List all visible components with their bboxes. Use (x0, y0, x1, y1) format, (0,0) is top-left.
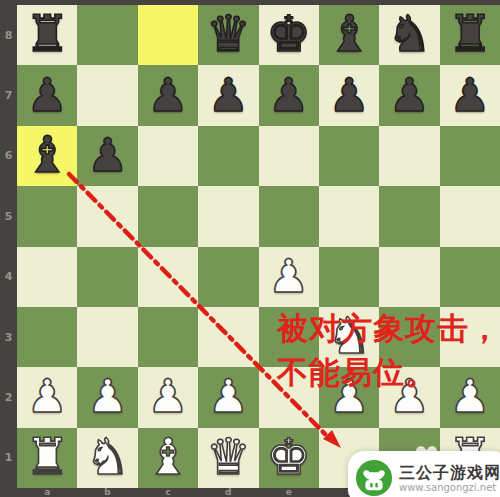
square-f3[interactable]: ♞ (319, 307, 379, 367)
square-b6[interactable]: ♟ (77, 126, 137, 186)
square-h5[interactable] (440, 186, 500, 246)
square-b4[interactable] (77, 247, 137, 307)
square-h3[interactable] (440, 307, 500, 367)
rank-label-6: 6 (0, 126, 17, 186)
piece-black-pawn-e7[interactable]: ♟ (268, 72, 309, 118)
square-c3[interactable] (138, 307, 198, 367)
square-b1[interactable]: ♞ (77, 428, 137, 488)
square-a6[interactable]: ♝ (17, 126, 77, 186)
piece-white-pawn-g2[interactable]: ♟ (389, 373, 430, 419)
piece-white-pawn-d2[interactable]: ♟ (208, 373, 249, 419)
square-e3[interactable] (259, 307, 319, 367)
piece-black-king-e8[interactable]: ♚ (266, 9, 311, 59)
file-label-e: e (259, 487, 319, 497)
piece-black-pawn-a7[interactable]: ♟ (27, 72, 68, 118)
piece-white-pawn-h2[interactable]: ♟ (449, 373, 490, 419)
site-logo-icon (355, 459, 393, 497)
square-h6[interactable] (440, 126, 500, 186)
piece-black-bishop-a6[interactable]: ♝ (25, 130, 70, 180)
square-g4[interactable] (379, 247, 439, 307)
square-c4[interactable] (138, 247, 198, 307)
square-g3[interactable] (379, 307, 439, 367)
square-b7[interactable] (77, 65, 137, 125)
piece-white-rook-a1[interactable]: ♜ (25, 432, 70, 482)
square-f4[interactable] (319, 247, 379, 307)
piece-black-rook-h8[interactable]: ♜ (447, 9, 492, 59)
square-g7[interactable]: ♟ (379, 65, 439, 125)
square-b8[interactable] (77, 5, 137, 65)
rank-label-8: 8 (0, 5, 17, 65)
piece-white-knight-b1[interactable]: ♞ (85, 432, 130, 482)
chess-board[interactable]: ♜♛♚♝♞♜♟♟♟♟♟♟♟♝♟♟♞♟♟♟♟♟♟♟♜♞♝♛♚♜ (17, 5, 500, 488)
square-e6[interactable] (259, 126, 319, 186)
piece-black-pawn-h7[interactable]: ♟ (449, 72, 490, 118)
piece-white-bishop-c1[interactable]: ♝ (146, 432, 191, 482)
file-label-a: a (17, 487, 77, 497)
square-d1[interactable]: ♛ (198, 428, 258, 488)
square-a1[interactable]: ♜ (17, 428, 77, 488)
square-a5[interactable] (17, 186, 77, 246)
square-e1[interactable]: ♚ (259, 428, 319, 488)
square-c6[interactable] (138, 126, 198, 186)
file-label-d: d (198, 487, 258, 497)
square-h7[interactable]: ♟ (440, 65, 500, 125)
square-h2[interactable]: ♟ (440, 367, 500, 427)
piece-black-bishop-f8[interactable]: ♝ (327, 9, 372, 59)
square-a7[interactable]: ♟ (17, 65, 77, 125)
square-e4[interactable]: ♟ (259, 247, 319, 307)
square-b3[interactable] (77, 307, 137, 367)
piece-black-pawn-f7[interactable]: ♟ (328, 72, 369, 118)
rank-labels: 87654321 (0, 5, 17, 488)
square-d3[interactable] (198, 307, 258, 367)
square-d5[interactable] (198, 186, 258, 246)
piece-black-knight-g8[interactable]: ♞ (387, 9, 432, 59)
square-g5[interactable] (379, 186, 439, 246)
square-h4[interactable] (440, 247, 500, 307)
square-c1[interactable]: ♝ (138, 428, 198, 488)
square-c5[interactable] (138, 186, 198, 246)
piece-white-pawn-b2[interactable]: ♟ (87, 373, 128, 419)
rank-label-2: 2 (0, 367, 17, 427)
square-c8[interactable] (138, 5, 198, 65)
square-c2[interactable]: ♟ (138, 367, 198, 427)
square-f2[interactable]: ♟ (319, 367, 379, 427)
square-a2[interactable]: ♟ (17, 367, 77, 427)
piece-black-pawn-c7[interactable]: ♟ (147, 72, 188, 118)
square-g2[interactable]: ♟ (379, 367, 439, 427)
square-a3[interactable] (17, 307, 77, 367)
square-b2[interactable]: ♟ (77, 367, 137, 427)
square-f5[interactable] (319, 186, 379, 246)
chess-lesson-screenshot: ♜♛♚♝♞♜♟♟♟♟♟♟♟♝♟♟♞♟♟♟♟♟♟♟♜♞♝♛♚♜ 87654321 … (0, 0, 500, 497)
piece-black-pawn-d7[interactable]: ♟ (208, 72, 249, 118)
piece-black-pawn-g7[interactable]: ♟ (389, 72, 430, 118)
square-a4[interactable] (17, 247, 77, 307)
square-g6[interactable] (379, 126, 439, 186)
piece-white-pawn-a2[interactable]: ♟ (27, 373, 68, 419)
square-d8[interactable]: ♛ (198, 5, 258, 65)
rank-label-1: 1 (0, 428, 17, 488)
square-e2[interactable] (259, 367, 319, 427)
site-watermark: 三公子游戏网 www.sangongzi.net (348, 451, 500, 497)
piece-white-pawn-f2[interactable]: ♟ (328, 373, 369, 419)
square-d7[interactable]: ♟ (198, 65, 258, 125)
piece-black-rook-a8[interactable]: ♜ (25, 9, 70, 59)
rank-label-3: 3 (0, 307, 17, 367)
site-name: 三公子游戏网 (399, 463, 500, 482)
square-g8[interactable]: ♞ (379, 5, 439, 65)
piece-white-pawn-e4[interactable]: ♟ (268, 253, 309, 299)
piece-white-pawn-c2[interactable]: ♟ (147, 373, 188, 419)
square-a8[interactable]: ♜ (17, 5, 77, 65)
square-e5[interactable] (259, 186, 319, 246)
square-d6[interactable] (198, 126, 258, 186)
square-c7[interactable]: ♟ (138, 65, 198, 125)
site-url: www.sangongzi.net (399, 482, 500, 494)
file-label-b: b (77, 487, 137, 497)
square-e7[interactable]: ♟ (259, 65, 319, 125)
square-f7[interactable]: ♟ (319, 65, 379, 125)
rank-label-7: 7 (0, 65, 17, 125)
square-f8[interactable]: ♝ (319, 5, 379, 65)
square-d4[interactable] (198, 247, 258, 307)
piece-black-queen-d8[interactable]: ♛ (206, 9, 251, 59)
rank-label-5: 5 (0, 186, 17, 246)
piece-white-king-e1[interactable]: ♚ (266, 432, 311, 482)
piece-black-pawn-b6[interactable]: ♟ (87, 132, 128, 178)
piece-white-knight-f3[interactable]: ♞ (327, 311, 372, 361)
square-d2[interactable]: ♟ (198, 367, 258, 427)
file-label-c: c (138, 487, 198, 497)
square-f6[interactable] (319, 126, 379, 186)
square-b5[interactable] (77, 186, 137, 246)
square-e8[interactable]: ♚ (259, 5, 319, 65)
square-h8[interactable]: ♜ (440, 5, 500, 65)
rank-label-4: 4 (0, 247, 17, 307)
piece-white-queen-d1[interactable]: ♛ (206, 432, 251, 482)
